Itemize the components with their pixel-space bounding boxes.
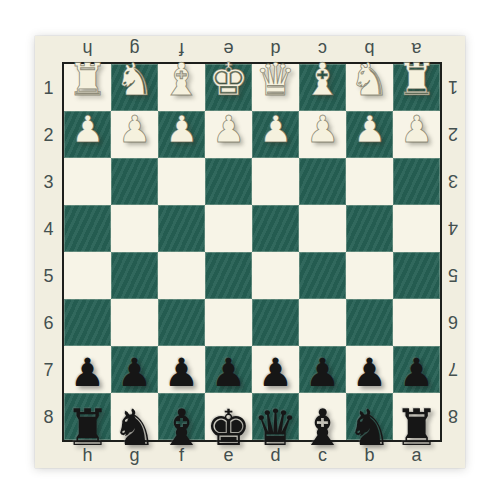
white-pawn[interactable]: ♟ (165, 111, 198, 148)
square-h7[interactable]: ♟ (64, 346, 111, 393)
square-a6[interactable] (393, 299, 440, 346)
rank-label-6: 6 (448, 299, 458, 346)
square-h8[interactable]: ♜ (64, 393, 111, 440)
white-rook[interactable]: ♜ (396, 57, 436, 102)
square-g5[interactable] (111, 252, 158, 299)
black-pawn[interactable]: ♟ (352, 353, 387, 392)
black-rook[interactable]: ♜ (394, 403, 439, 453)
square-c8[interactable]: ♝ (299, 393, 346, 440)
square-a2[interactable]: ♟ (393, 111, 440, 158)
rank-label-7: 7 (448, 346, 458, 393)
square-b6[interactable] (346, 299, 393, 346)
square-d1[interactable]: ♛ (252, 64, 299, 111)
white-pawn[interactable]: ♟ (118, 111, 151, 148)
square-e6[interactable] (205, 299, 252, 346)
white-knight[interactable]: ♞ (349, 57, 389, 102)
square-b7[interactable]: ♟ (346, 346, 393, 393)
white-pawn[interactable]: ♟ (259, 111, 292, 148)
square-b5[interactable] (346, 252, 393, 299)
square-c2[interactable]: ♟ (299, 111, 346, 158)
square-a5[interactable] (393, 252, 440, 299)
square-g7[interactable]: ♟ (111, 346, 158, 393)
white-bishop[interactable]: ♝ (161, 57, 201, 102)
rank-label-4: 4 (43, 205, 53, 252)
rank-label-3: 3 (43, 158, 53, 205)
square-f6[interactable] (158, 299, 205, 346)
rank-label-4: 4 (448, 205, 458, 252)
rank-label-1: 1 (43, 64, 53, 111)
square-e3[interactable] (205, 158, 252, 205)
square-e5[interactable] (205, 252, 252, 299)
white-rook[interactable]: ♜ (67, 57, 107, 102)
black-king[interactable]: ♚ (206, 403, 251, 453)
square-c7[interactable]: ♟ (299, 346, 346, 393)
rank-label-2: 2 (448, 111, 458, 158)
white-bishop[interactable]: ♝ (302, 57, 342, 102)
square-c3[interactable] (299, 158, 346, 205)
rank-label-8: 8 (448, 393, 458, 440)
square-e8[interactable]: ♚ (205, 393, 252, 440)
square-g3[interactable] (111, 158, 158, 205)
square-f1[interactable]: ♝ (158, 64, 205, 111)
white-queen[interactable]: ♛ (255, 57, 295, 102)
square-a3[interactable] (393, 158, 440, 205)
square-h4[interactable] (64, 205, 111, 252)
white-pawn[interactable]: ♟ (353, 111, 386, 148)
square-d8[interactable]: ♛ (252, 393, 299, 440)
rank-label-2: 2 (43, 111, 53, 158)
square-b2[interactable]: ♟ (346, 111, 393, 158)
square-d4[interactable] (252, 205, 299, 252)
white-pawn[interactable]: ♟ (212, 111, 245, 148)
square-a4[interactable] (393, 205, 440, 252)
black-bishop[interactable]: ♝ (300, 403, 345, 453)
black-knight[interactable]: ♞ (112, 403, 157, 453)
square-e7[interactable]: ♟ (205, 346, 252, 393)
rank-label-8: 8 (43, 393, 53, 440)
square-g2[interactable]: ♟ (111, 111, 158, 158)
black-pawn[interactable]: ♟ (211, 353, 246, 392)
rank-label-7: 7 (43, 346, 53, 393)
square-g6[interactable] (111, 299, 158, 346)
square-b8[interactable]: ♞ (346, 393, 393, 440)
white-pawn[interactable]: ♟ (71, 111, 104, 148)
square-c5[interactable] (299, 252, 346, 299)
board-frame: ♜♞♝♚♛♝♞♜♟♟♟♟♟♟♟♟♟♟♟♟♟♟♟♟♜♞♝♚♛♝♞♜ (62, 62, 442, 442)
white-king[interactable]: ♚ (208, 57, 248, 102)
black-knight[interactable]: ♞ (347, 403, 392, 453)
rank-label-3: 3 (448, 158, 458, 205)
square-h6[interactable] (64, 299, 111, 346)
square-e4[interactable] (205, 205, 252, 252)
square-h2[interactable]: ♟ (64, 111, 111, 158)
square-a1[interactable]: ♜ (393, 64, 440, 111)
black-pawn[interactable]: ♟ (164, 353, 199, 392)
white-pawn[interactable]: ♟ (306, 111, 339, 148)
square-b4[interactable] (346, 205, 393, 252)
rank-labels-right: 12345678 (442, 62, 465, 442)
black-queen[interactable]: ♛ (253, 403, 298, 453)
square-f2[interactable]: ♟ (158, 111, 205, 158)
rank-label-1: 1 (448, 64, 458, 111)
white-pawn[interactable]: ♟ (400, 111, 433, 148)
square-f5[interactable] (158, 252, 205, 299)
white-knight[interactable]: ♞ (114, 57, 154, 102)
square-c4[interactable] (299, 205, 346, 252)
square-b1[interactable]: ♞ (346, 64, 393, 111)
square-h5[interactable] (64, 252, 111, 299)
square-f7[interactable]: ♟ (158, 346, 205, 393)
chess-board: ♜♞♝♚♛♝♞♜♟♟♟♟♟♟♟♟♟♟♟♟♟♟♟♟♜♞♝♚♛♝♞♜ (64, 64, 440, 440)
square-g8[interactable]: ♞ (111, 393, 158, 440)
square-d6[interactable] (252, 299, 299, 346)
square-e1[interactable]: ♚ (205, 64, 252, 111)
square-f4[interactable] (158, 205, 205, 252)
rank-label-5: 5 (448, 252, 458, 299)
square-c6[interactable] (299, 299, 346, 346)
black-rook[interactable]: ♜ (65, 403, 110, 453)
square-f8[interactable]: ♝ (158, 393, 205, 440)
black-pawn[interactable]: ♟ (117, 353, 152, 392)
black-bishop[interactable]: ♝ (159, 403, 204, 453)
black-pawn[interactable]: ♟ (258, 353, 293, 392)
square-d2[interactable]: ♟ (252, 111, 299, 158)
square-g1[interactable]: ♞ (111, 64, 158, 111)
square-a8[interactable]: ♜ (393, 393, 440, 440)
square-c1[interactable]: ♝ (299, 64, 346, 111)
square-d7[interactable]: ♟ (252, 346, 299, 393)
black-pawn[interactable]: ♟ (399, 353, 434, 392)
black-pawn[interactable]: ♟ (70, 353, 105, 392)
square-g4[interactable] (111, 205, 158, 252)
square-h1[interactable]: ♜ (64, 64, 111, 111)
square-b3[interactable] (346, 158, 393, 205)
square-a7[interactable]: ♟ (393, 346, 440, 393)
black-pawn[interactable]: ♟ (305, 353, 340, 392)
square-d3[interactable] (252, 158, 299, 205)
rank-label-5: 5 (43, 252, 53, 299)
chess-mat: hgfedcba 12345678 ♜♞♝♚♛♝♞♜♟♟♟♟♟♟♟♟♟♟♟♟♟♟… (35, 36, 465, 468)
rank-label-6: 6 (43, 299, 53, 346)
square-d5[interactable] (252, 252, 299, 299)
rank-labels-left: 12345678 (35, 62, 62, 442)
square-f3[interactable] (158, 158, 205, 205)
square-h3[interactable] (64, 158, 111, 205)
square-e2[interactable]: ♟ (205, 111, 252, 158)
